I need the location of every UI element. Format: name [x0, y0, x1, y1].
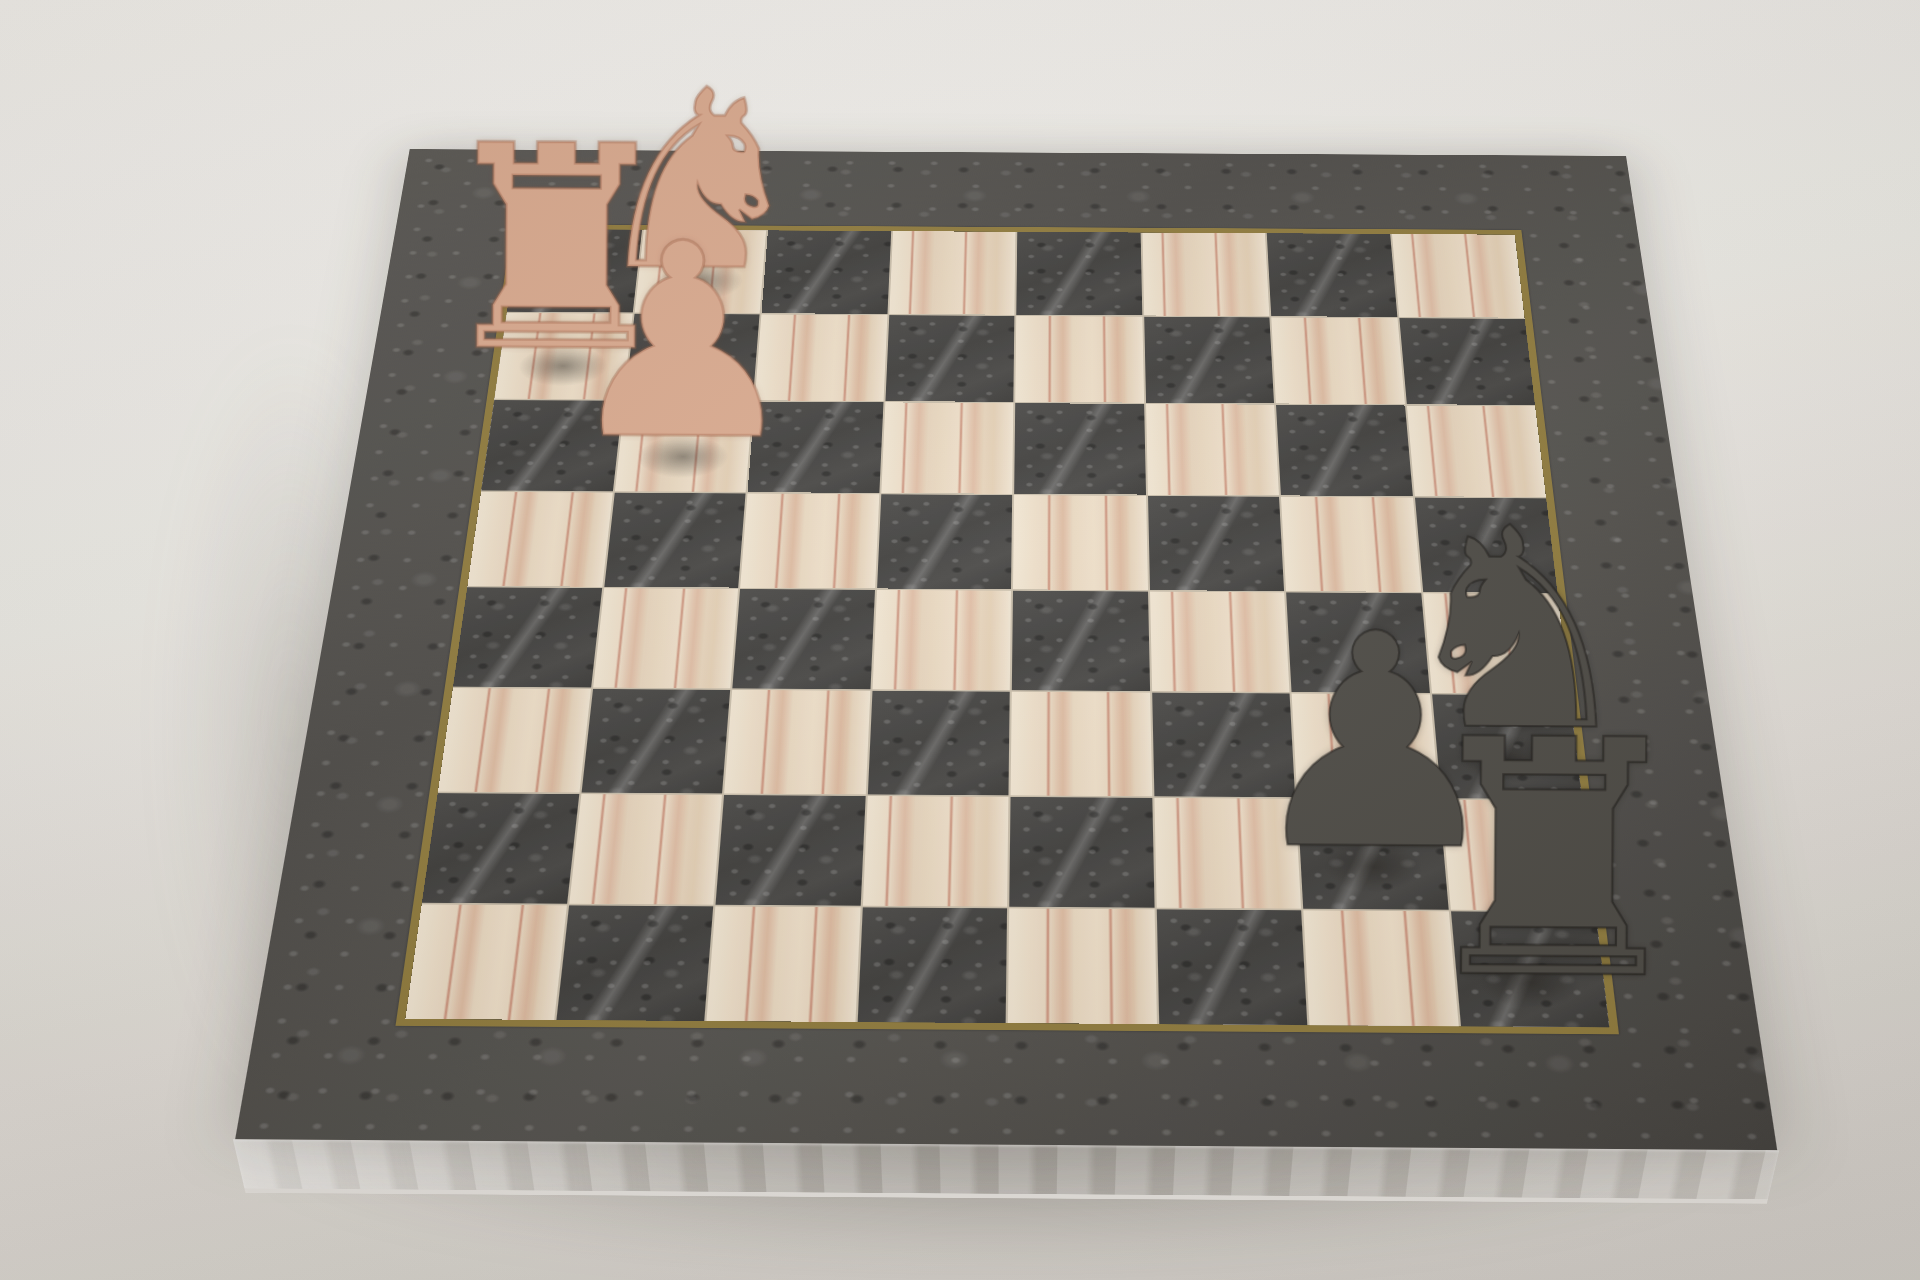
square-c3[interactable]: [724, 690, 870, 795]
square-c4[interactable]: [732, 589, 874, 689]
square-e6[interactable]: [1014, 403, 1145, 494]
white-pawn-b6[interactable]: ♟: [562, 208, 803, 477]
square-e3[interactable]: [1011, 691, 1152, 796]
square-f1[interactable]: [1156, 909, 1307, 1025]
square-e7[interactable]: [1015, 316, 1143, 403]
square-b1[interactable]: [556, 905, 713, 1021]
square-a3[interactable]: [438, 688, 591, 793]
square-h7[interactable]: [1399, 318, 1535, 405]
black-rook-h1[interactable]: ♜: [1406, 698, 1701, 1026]
square-f6[interactable]: [1146, 404, 1279, 495]
square-b3[interactable]: [581, 689, 730, 794]
square-b4[interactable]: [593, 588, 738, 688]
square-h8[interactable]: [1392, 234, 1525, 317]
chess-board: ♞♜♟♞♟♜: [235, 149, 1777, 1150]
scene: ♞♜♟♞♟♜: [0, 0, 1920, 1280]
square-g7[interactable]: [1271, 317, 1404, 404]
square-a4[interactable]: [453, 587, 602, 687]
square-b5[interactable]: [604, 492, 746, 587]
square-a1[interactable]: [405, 904, 566, 1020]
square-c2[interactable]: [716, 795, 866, 905]
square-e8[interactable]: [1016, 232, 1142, 315]
square-e2[interactable]: [1009, 797, 1154, 907]
square-f7[interactable]: [1144, 316, 1274, 403]
square-d8[interactable]: [889, 231, 1016, 314]
square-d2[interactable]: [862, 796, 1008, 906]
square-d4[interactable]: [872, 590, 1011, 690]
square-d7[interactable]: [885, 315, 1014, 402]
square-d5[interactable]: [877, 494, 1013, 589]
brass-inlay-frame: ♞♜♟♞♟♜: [396, 224, 1619, 1034]
square-e5[interactable]: [1013, 495, 1147, 590]
square-a2[interactable]: [422, 793, 579, 903]
square-g6[interactable]: [1276, 405, 1412, 496]
slab-front-edge: [233, 1139, 1780, 1204]
square-d3[interactable]: [867, 690, 1009, 795]
square-b2[interactable]: [569, 794, 722, 904]
square-d6[interactable]: [881, 402, 1013, 493]
square-g8[interactable]: [1267, 233, 1397, 316]
square-f8[interactable]: [1142, 233, 1269, 316]
square-b6[interactable]: ♟: [614, 401, 752, 492]
product-photo: ♞♜♟♞♟♜: [0, 0, 1920, 1280]
square-c1[interactable]: [706, 906, 860, 1022]
board-grid: ♞♜♟♞♟♜: [405, 229, 1609, 1027]
square-c5[interactable]: [740, 493, 879, 588]
square-h1[interactable]: ♜: [1450, 911, 1609, 1027]
square-e1[interactable]: [1008, 908, 1157, 1024]
square-d1[interactable]: [857, 907, 1007, 1023]
square-e4[interactable]: [1012, 591, 1150, 691]
square-a5[interactable]: [468, 492, 613, 587]
